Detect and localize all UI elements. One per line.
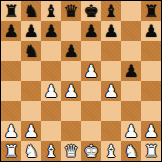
square-c2[interactable] [41, 121, 61, 141]
black-pawn-e7: ♟ [83, 21, 98, 41]
square-b4[interactable] [21, 81, 41, 101]
chess-board: ♜♞♝♛♚♝♜♟♟♟♟♟♟♞♟♟♟♟♟♟♟♟♟♟♜♞♝♛♚♝♞♜ [1, 1, 161, 161]
square-d7[interactable] [61, 21, 81, 41]
square-e6[interactable] [81, 41, 101, 61]
white-pawn-h2: ♟ [143, 121, 158, 141]
square-c4[interactable]: ♟ [41, 81, 61, 101]
square-h6[interactable] [141, 41, 161, 61]
white-pawn-a2: ♟ [3, 121, 18, 141]
white-knight-g1: ♞ [123, 141, 138, 161]
square-d1[interactable]: ♛ [61, 141, 81, 161]
white-rook-a1: ♜ [3, 141, 18, 161]
square-e5[interactable]: ♟ [81, 61, 101, 81]
black-pawn-h7: ♟ [143, 21, 158, 41]
square-f3[interactable] [101, 101, 121, 121]
black-pawn-b7: ♟ [23, 21, 38, 41]
square-f7[interactable]: ♟ [101, 21, 121, 41]
white-bishop-c1: ♝ [43, 141, 58, 161]
white-pawn-d4: ♟ [63, 81, 78, 101]
square-h4[interactable] [141, 81, 161, 101]
square-a8[interactable]: ♜ [1, 1, 21, 21]
square-h3[interactable] [141, 101, 161, 121]
white-rook-h1: ♜ [143, 141, 158, 161]
square-b8[interactable]: ♞ [21, 1, 41, 21]
square-g5[interactable]: ♟ [121, 61, 141, 81]
white-knight-b1: ♞ [23, 141, 38, 161]
square-b6[interactable]: ♞ [21, 41, 41, 61]
square-f5[interactable] [101, 61, 121, 81]
square-h2[interactable]: ♟ [141, 121, 161, 141]
square-e7[interactable]: ♟ [81, 21, 101, 41]
black-rook-a8: ♜ [3, 1, 18, 21]
white-pawn-e5: ♟ [83, 61, 98, 81]
square-e1[interactable]: ♚ [81, 141, 101, 161]
square-b5[interactable] [21, 61, 41, 81]
square-d3[interactable] [61, 101, 81, 121]
black-pawn-d6: ♟ [63, 41, 78, 61]
black-pawn-g5: ♟ [123, 61, 138, 81]
square-g7[interactable] [121, 21, 141, 41]
square-c7[interactable]: ♟ [41, 21, 61, 41]
white-pawn-f4: ♟ [103, 81, 118, 101]
square-d5[interactable] [61, 61, 81, 81]
square-g4[interactable] [121, 81, 141, 101]
square-e3[interactable] [81, 101, 101, 121]
black-pawn-a7: ♟ [3, 21, 18, 41]
black-king-e8: ♚ [83, 1, 98, 21]
square-g3[interactable] [121, 101, 141, 121]
square-c1[interactable]: ♝ [41, 141, 61, 161]
white-bishop-f1: ♝ [103, 141, 118, 161]
square-g1[interactable]: ♞ [121, 141, 141, 161]
square-a1[interactable]: ♜ [1, 141, 21, 161]
square-d4[interactable]: ♟ [61, 81, 81, 101]
square-e8[interactable]: ♚ [81, 1, 101, 21]
black-knight-b6: ♞ [23, 41, 38, 61]
square-a5[interactable] [1, 61, 21, 81]
black-bishop-f8: ♝ [103, 1, 118, 21]
square-f1[interactable]: ♝ [101, 141, 121, 161]
square-h5[interactable] [141, 61, 161, 81]
black-knight-b8: ♞ [23, 1, 38, 21]
square-h8[interactable]: ♜ [141, 1, 161, 21]
white-king-e1: ♚ [83, 141, 98, 161]
square-g2[interactable]: ♟ [121, 121, 141, 141]
square-g6[interactable] [121, 41, 141, 61]
square-b2[interactable]: ♟ [21, 121, 41, 141]
square-h1[interactable]: ♜ [141, 141, 161, 161]
square-a7[interactable]: ♟ [1, 21, 21, 41]
square-e2[interactable] [81, 121, 101, 141]
black-pawn-c7: ♟ [43, 21, 58, 41]
square-a4[interactable] [1, 81, 21, 101]
square-b3[interactable] [21, 101, 41, 121]
square-g8[interactable] [121, 1, 141, 21]
square-d8[interactable]: ♛ [61, 1, 81, 21]
white-pawn-g2: ♟ [123, 121, 138, 141]
square-h7[interactable]: ♟ [141, 21, 161, 41]
square-e4[interactable] [81, 81, 101, 101]
square-a3[interactable] [1, 101, 21, 121]
square-f2[interactable] [101, 121, 121, 141]
square-c8[interactable]: ♝ [41, 1, 61, 21]
square-d2[interactable] [61, 121, 81, 141]
black-rook-h8: ♜ [143, 1, 158, 21]
square-f6[interactable] [101, 41, 121, 61]
square-a2[interactable]: ♟ [1, 121, 21, 141]
square-c5[interactable] [41, 61, 61, 81]
square-d6[interactable]: ♟ [61, 41, 81, 61]
square-a6[interactable] [1, 41, 21, 61]
square-f4[interactable]: ♟ [101, 81, 121, 101]
white-pawn-c4: ♟ [43, 81, 58, 101]
chess-board-frame: ♜♞♝♛♚♝♜♟♟♟♟♟♟♞♟♟♟♟♟♟♟♟♟♟♜♞♝♛♚♝♞♜ [0, 0, 162, 162]
square-b7[interactable]: ♟ [21, 21, 41, 41]
black-pawn-f7: ♟ [103, 21, 118, 41]
black-queen-d8: ♛ [63, 1, 78, 21]
white-queen-d1: ♛ [63, 141, 78, 161]
square-f8[interactable]: ♝ [101, 1, 121, 21]
square-c3[interactable] [41, 101, 61, 121]
square-b1[interactable]: ♞ [21, 141, 41, 161]
white-pawn-b2: ♟ [23, 121, 38, 141]
black-bishop-c8: ♝ [43, 1, 58, 21]
square-c6[interactable] [41, 41, 61, 61]
